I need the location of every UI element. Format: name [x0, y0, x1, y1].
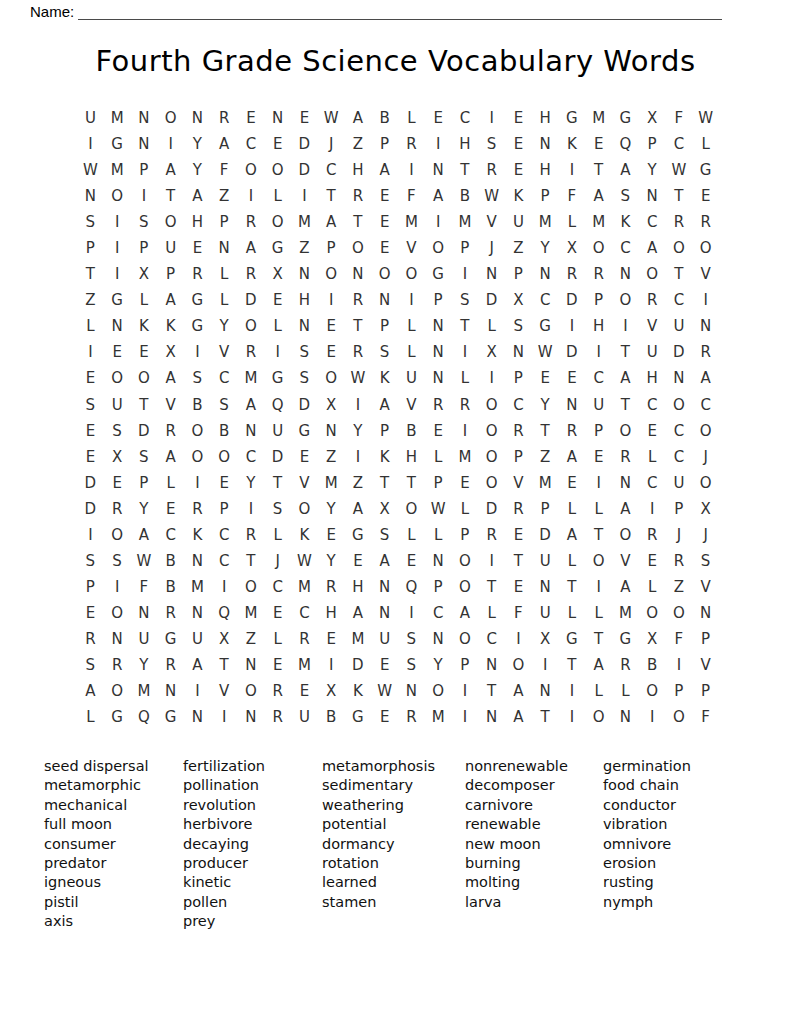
grid-cell[interactable]: S [77, 652, 104, 678]
grid-cell[interactable]: F [559, 183, 586, 209]
grid-cell[interactable]: G [532, 313, 559, 339]
grid-cell[interactable]: H [452, 131, 479, 157]
grid-cell[interactable]: B [184, 392, 211, 418]
grid-cell[interactable]: R [104, 496, 131, 522]
grid-cell[interactable]: I [104, 235, 131, 261]
grid-cell[interactable]: E [371, 704, 398, 730]
grid-cell[interactable]: Z [345, 470, 372, 496]
grid-cell[interactable]: U [639, 339, 666, 365]
grid-cell[interactable]: T [559, 574, 586, 600]
grid-cell[interactable]: Z [505, 235, 532, 261]
grid-cell[interactable]: O [398, 261, 425, 287]
grid-cell[interactable]: Y [345, 418, 372, 444]
grid-cell[interactable]: R [345, 339, 372, 365]
grid-cell[interactable]: S [452, 287, 479, 313]
grid-cell[interactable]: I [291, 183, 318, 209]
grid-cell[interactable]: S [371, 339, 398, 365]
grid-cell[interactable]: E [559, 365, 586, 391]
grid-cell[interactable]: I [478, 548, 505, 574]
grid-cell[interactable]: C [211, 548, 238, 574]
grid-cell[interactable]: Q [398, 574, 425, 600]
grid-cell[interactable]: L [211, 287, 238, 313]
grid-cell[interactable]: C [639, 470, 666, 496]
grid-cell[interactable]: A [612, 365, 639, 391]
grid-cell[interactable]: T [371, 470, 398, 496]
grid-cell[interactable]: L [639, 574, 666, 600]
grid-cell[interactable]: T [585, 522, 612, 548]
grid-cell[interactable]: E [371, 209, 398, 235]
grid-cell[interactable]: I [666, 652, 693, 678]
grid-cell[interactable]: L [452, 496, 479, 522]
grid-cell[interactable]: W [425, 496, 452, 522]
grid-cell[interactable]: G [184, 287, 211, 313]
grid-cell[interactable]: N [532, 678, 559, 704]
grid-cell[interactable]: S [77, 209, 104, 235]
grid-cell[interactable]: D [559, 287, 586, 313]
grid-cell[interactable]: C [505, 392, 532, 418]
grid-cell[interactable]: E [505, 157, 532, 183]
grid-cell[interactable]: E [532, 365, 559, 391]
grid-cell[interactable]: K [371, 444, 398, 470]
grid-cell[interactable]: S [131, 444, 158, 470]
grid-cell[interactable]: I [184, 470, 211, 496]
grid-cell[interactable]: M [238, 365, 265, 391]
grid-cell[interactable]: G [104, 287, 131, 313]
grid-cell[interactable]: H [184, 209, 211, 235]
grid-cell[interactable]: U [184, 626, 211, 652]
grid-cell[interactable]: V [612, 548, 639, 574]
grid-cell[interactable]: O [425, 678, 452, 704]
grid-cell[interactable]: Y [532, 392, 559, 418]
grid-cell[interactable]: F [666, 105, 693, 131]
grid-cell[interactable]: P [371, 131, 398, 157]
grid-cell[interactable]: T [452, 313, 479, 339]
grid-cell[interactable]: R [77, 626, 104, 652]
grid-cell[interactable]: Z [532, 444, 559, 470]
grid-cell[interactable]: E [639, 418, 666, 444]
grid-cell[interactable]: N [184, 548, 211, 574]
grid-cell[interactable]: O [478, 392, 505, 418]
grid-cell[interactable]: L [264, 626, 291, 652]
grid-cell[interactable]: M [532, 470, 559, 496]
grid-cell[interactable]: M [585, 209, 612, 235]
grid-cell[interactable]: Z [211, 183, 238, 209]
grid-cell[interactable]: I [612, 313, 639, 339]
grid-cell[interactable]: I [264, 339, 291, 365]
grid-cell[interactable]: V [692, 652, 719, 678]
grid-cell[interactable]: I [585, 339, 612, 365]
grid-cell[interactable]: Y [238, 470, 265, 496]
grid-cell[interactable]: I [131, 183, 158, 209]
grid-cell[interactable]: L [398, 339, 425, 365]
grid-cell[interactable]: F [131, 574, 158, 600]
grid-cell[interactable]: Q [211, 600, 238, 626]
grid-cell[interactable]: Y [639, 157, 666, 183]
grid-cell[interactable]: N [532, 261, 559, 287]
grid-cell[interactable]: R [612, 444, 639, 470]
grid-cell[interactable]: T [478, 574, 505, 600]
grid-cell[interactable]: F [692, 704, 719, 730]
grid-cell[interactable]: T [131, 392, 158, 418]
grid-cell[interactable]: L [264, 313, 291, 339]
grid-cell[interactable]: R [478, 522, 505, 548]
grid-cell[interactable]: W [345, 365, 372, 391]
grid-cell[interactable]: K [345, 678, 372, 704]
grid-cell[interactable]: S [371, 522, 398, 548]
grid-cell[interactable]: S [77, 548, 104, 574]
grid-cell[interactable]: N [238, 418, 265, 444]
grid-cell[interactable]: M [425, 704, 452, 730]
grid-cell[interactable]: S [692, 548, 719, 574]
grid-cell[interactable]: G [264, 235, 291, 261]
grid-cell[interactable]: N [184, 105, 211, 131]
grid-cell[interactable]: X [131, 261, 158, 287]
grid-cell[interactable]: O [318, 365, 345, 391]
grid-cell[interactable]: N [532, 574, 559, 600]
grid-cell[interactable]: G [559, 105, 586, 131]
grid-cell[interactable]: Y [184, 157, 211, 183]
grid-cell[interactable]: I [559, 157, 586, 183]
grid-cell[interactable]: G [345, 522, 372, 548]
grid-cell[interactable]: I [532, 652, 559, 678]
grid-cell[interactable]: T [238, 548, 265, 574]
grid-cell[interactable]: N [425, 339, 452, 365]
grid-cell[interactable]: K [157, 313, 184, 339]
grid-cell[interactable]: U [532, 548, 559, 574]
grid-cell[interactable]: I [585, 574, 612, 600]
grid-cell[interactable]: S [131, 209, 158, 235]
grid-cell[interactable]: C [425, 600, 452, 626]
grid-cell[interactable]: U [585, 392, 612, 418]
grid-cell[interactable]: O [639, 678, 666, 704]
grid-cell[interactable]: U [104, 392, 131, 418]
grid-cell[interactable]: O [184, 444, 211, 470]
grid-cell[interactable]: O [291, 496, 318, 522]
grid-cell[interactable]: E [77, 444, 104, 470]
grid-cell[interactable]: N [478, 261, 505, 287]
grid-cell[interactable]: O [157, 209, 184, 235]
grid-cell[interactable]: Y [131, 652, 158, 678]
grid-cell[interactable]: R [184, 496, 211, 522]
grid-cell[interactable]: U [77, 105, 104, 131]
grid-cell[interactable]: N [559, 392, 586, 418]
grid-cell[interactable]: T [452, 157, 479, 183]
grid-cell[interactable]: B [371, 105, 398, 131]
grid-cell[interactable]: I [478, 365, 505, 391]
grid-cell[interactable]: M [452, 209, 479, 235]
grid-cell[interactable]: S [505, 313, 532, 339]
grid-cell[interactable]: P [532, 183, 559, 209]
grid-cell[interactable]: E [318, 339, 345, 365]
grid-cell[interactable]: G [345, 704, 372, 730]
grid-cell[interactable]: A [345, 496, 372, 522]
grid-cell[interactable]: O [585, 548, 612, 574]
grid-cell[interactable]: R [666, 548, 693, 574]
grid-cell[interactable]: O [478, 418, 505, 444]
grid-cell[interactable]: N [211, 235, 238, 261]
grid-cell[interactable]: A [585, 183, 612, 209]
grid-cell[interactable]: R [585, 261, 612, 287]
grid-cell[interactable]: R [238, 209, 265, 235]
grid-cell[interactable]: X [478, 339, 505, 365]
grid-cell[interactable]: Q [264, 392, 291, 418]
grid-cell[interactable]: I [398, 287, 425, 313]
grid-cell[interactable]: E [398, 548, 425, 574]
grid-cell[interactable]: O [639, 600, 666, 626]
grid-cell[interactable]: L [211, 261, 238, 287]
grid-cell[interactable]: G [559, 626, 586, 652]
grid-cell[interactable]: R [612, 652, 639, 678]
grid-cell[interactable]: L [264, 183, 291, 209]
grid-cell[interactable]: E [291, 678, 318, 704]
grid-cell[interactable]: I [184, 339, 211, 365]
grid-cell[interactable]: Y [318, 548, 345, 574]
grid-cell[interactable]: X [371, 496, 398, 522]
grid-cell[interactable]: E [345, 548, 372, 574]
grid-cell[interactable]: L [478, 600, 505, 626]
grid-cell[interactable]: B [157, 548, 184, 574]
grid-cell[interactable]: E [505, 131, 532, 157]
grid-cell[interactable]: N [666, 365, 693, 391]
grid-cell[interactable]: D [77, 496, 104, 522]
grid-cell[interactable]: L [559, 548, 586, 574]
grid-cell[interactable]: E [318, 313, 345, 339]
grid-cell[interactable]: N [291, 261, 318, 287]
grid-cell[interactable]: E [425, 105, 452, 131]
grid-cell[interactable]: O [666, 392, 693, 418]
grid-cell[interactable]: O [238, 313, 265, 339]
grid-cell[interactable]: N [692, 313, 719, 339]
grid-cell[interactable]: J [478, 235, 505, 261]
grid-cell[interactable]: U [131, 626, 158, 652]
grid-cell[interactable]: O [612, 522, 639, 548]
grid-cell[interactable]: E [184, 235, 211, 261]
grid-cell[interactable]: M [345, 626, 372, 652]
grid-cell[interactable]: N [77, 183, 104, 209]
grid-cell[interactable]: I [425, 131, 452, 157]
grid-cell[interactable]: X [639, 626, 666, 652]
grid-cell[interactable]: E [264, 600, 291, 626]
grid-cell[interactable]: L [452, 365, 479, 391]
grid-cell[interactable]: U [505, 209, 532, 235]
grid-cell[interactable]: T [318, 183, 345, 209]
grid-cell[interactable]: P [452, 235, 479, 261]
grid-cell[interactable]: P [131, 470, 158, 496]
grid-cell[interactable]: D [559, 339, 586, 365]
grid-cell[interactable]: E [157, 496, 184, 522]
grid-cell[interactable]: P [452, 522, 479, 548]
grid-cell[interactable]: H [398, 444, 425, 470]
grid-cell[interactable]: V [505, 470, 532, 496]
grid-cell[interactable]: G [425, 261, 452, 287]
grid-cell[interactable]: R [291, 626, 318, 652]
grid-cell[interactable]: I [452, 704, 479, 730]
grid-cell[interactable]: O [478, 444, 505, 470]
grid-cell[interactable]: O [666, 235, 693, 261]
grid-cell[interactable]: C [211, 365, 238, 391]
grid-cell[interactable]: A [612, 496, 639, 522]
grid-cell[interactable]: S [184, 365, 211, 391]
grid-cell[interactable]: E [452, 470, 479, 496]
grid-cell[interactable]: E [77, 418, 104, 444]
grid-cell[interactable]: D [77, 470, 104, 496]
grid-cell[interactable]: S [291, 365, 318, 391]
grid-cell[interactable]: L [398, 105, 425, 131]
grid-cell[interactable]: I [345, 392, 372, 418]
grid-cell[interactable]: M [131, 678, 158, 704]
grid-cell[interactable]: X [639, 105, 666, 131]
grid-cell[interactable]: E [505, 105, 532, 131]
grid-cell[interactable]: W [291, 548, 318, 574]
grid-cell[interactable]: O [612, 287, 639, 313]
grid-cell[interactable]: O [692, 470, 719, 496]
grid-cell[interactable]: C [639, 209, 666, 235]
grid-cell[interactable]: V [692, 574, 719, 600]
grid-cell[interactable]: E [425, 418, 452, 444]
grid-cell[interactable]: I [77, 131, 104, 157]
grid-cell[interactable]: C [291, 600, 318, 626]
grid-cell[interactable]: R [157, 652, 184, 678]
grid-cell[interactable]: B [318, 704, 345, 730]
grid-cell[interactable]: I [238, 183, 265, 209]
grid-cell[interactable]: R [238, 339, 265, 365]
grid-cell[interactable]: R [264, 678, 291, 704]
grid-cell[interactable]: T [666, 261, 693, 287]
grid-cell[interactable]: I [692, 287, 719, 313]
grid-cell[interactable]: R [157, 600, 184, 626]
grid-cell[interactable]: V [398, 235, 425, 261]
grid-cell[interactable]: L [398, 313, 425, 339]
grid-cell[interactable]: V [398, 392, 425, 418]
grid-cell[interactable]: O [505, 652, 532, 678]
grid-cell[interactable]: L [585, 678, 612, 704]
grid-cell[interactable]: C [666, 418, 693, 444]
grid-cell[interactable]: H [291, 287, 318, 313]
grid-cell[interactable]: S [478, 131, 505, 157]
grid-cell[interactable]: P [425, 574, 452, 600]
grid-cell[interactable]: A [184, 183, 211, 209]
grid-cell[interactable]: N [478, 704, 505, 730]
grid-cell[interactable]: A [452, 600, 479, 626]
grid-cell[interactable]: I [585, 470, 612, 496]
grid-cell[interactable]: E [505, 574, 532, 600]
grid-cell[interactable]: P [425, 287, 452, 313]
grid-cell[interactable]: A [131, 522, 158, 548]
grid-cell[interactable]: L [559, 209, 586, 235]
grid-cell[interactable]: E [371, 235, 398, 261]
grid-cell[interactable]: E [77, 365, 104, 391]
grid-cell[interactable]: I [398, 157, 425, 183]
grid-cell[interactable]: O [104, 183, 131, 209]
grid-cell[interactable]: A [211, 131, 238, 157]
grid-cell[interactable]: N [425, 626, 452, 652]
grid-cell[interactable]: O [184, 418, 211, 444]
grid-cell[interactable]: Z [318, 444, 345, 470]
grid-cell[interactable]: X [104, 444, 131, 470]
grid-cell[interactable]: N [318, 418, 345, 444]
grid-cell[interactable]: T [532, 704, 559, 730]
grid-cell[interactable]: I [318, 287, 345, 313]
grid-cell[interactable]: R [184, 261, 211, 287]
grid-cell[interactable]: X [505, 287, 532, 313]
grid-cell[interactable]: R [692, 339, 719, 365]
grid-cell[interactable]: W [318, 105, 345, 131]
grid-cell[interactable]: P [532, 496, 559, 522]
grid-cell[interactable]: A [318, 209, 345, 235]
grid-cell[interactable]: M [291, 209, 318, 235]
grid-cell[interactable]: U [157, 235, 184, 261]
grid-cell[interactable]: I [639, 704, 666, 730]
grid-cell[interactable]: G [184, 313, 211, 339]
grid-cell[interactable]: N [264, 105, 291, 131]
grid-cell[interactable]: Y [425, 652, 452, 678]
grid-cell[interactable]: O [211, 444, 238, 470]
grid-cell[interactable]: Y [532, 235, 559, 261]
grid-cell[interactable]: H [318, 600, 345, 626]
grid-cell[interactable]: P [131, 157, 158, 183]
grid-cell[interactable]: O [318, 261, 345, 287]
grid-cell[interactable]: K [612, 209, 639, 235]
grid-cell[interactable]: S [398, 626, 425, 652]
grid-cell[interactable]: E [318, 626, 345, 652]
grid-cell[interactable]: O [452, 574, 479, 600]
grid-cell[interactable]: X [318, 678, 345, 704]
grid-cell[interactable]: U [666, 470, 693, 496]
grid-cell[interactable]: Z [291, 235, 318, 261]
grid-cell[interactable]: A [505, 678, 532, 704]
grid-cell[interactable]: R [345, 183, 372, 209]
grid-cell[interactable]: U [398, 365, 425, 391]
grid-cell[interactable]: O [371, 261, 398, 287]
grid-cell[interactable]: I [398, 600, 425, 626]
grid-cell[interactable]: M [104, 105, 131, 131]
grid-cell[interactable]: B [398, 418, 425, 444]
grid-cell[interactable]: C [238, 131, 265, 157]
grid-cell[interactable]: N [532, 131, 559, 157]
grid-cell[interactable]: L [559, 600, 586, 626]
grid-cell[interactable]: E [238, 105, 265, 131]
grid-cell[interactable]: R [238, 522, 265, 548]
grid-cell[interactable]: N [371, 600, 398, 626]
grid-cell[interactable]: L [692, 131, 719, 157]
grid-cell[interactable]: L [398, 522, 425, 548]
grid-cell[interactable]: C [157, 522, 184, 548]
grid-cell[interactable]: E [585, 444, 612, 470]
grid-cell[interactable]: I [77, 339, 104, 365]
grid-cell[interactable]: O [104, 678, 131, 704]
grid-cell[interactable]: O [452, 626, 479, 652]
grid-cell[interactable]: P [692, 678, 719, 704]
grid-cell[interactable]: D [131, 418, 158, 444]
grid-cell[interactable]: P [505, 261, 532, 287]
grid-cell[interactable]: R [238, 261, 265, 287]
grid-cell[interactable]: V [211, 678, 238, 704]
grid-cell[interactable]: H [585, 313, 612, 339]
grid-cell[interactable]: Q [131, 704, 158, 730]
grid-cell[interactable]: R [666, 209, 693, 235]
grid-cell[interactable]: L [131, 287, 158, 313]
grid-cell[interactable]: I [452, 418, 479, 444]
grid-cell[interactable]: O [585, 235, 612, 261]
grid-cell[interactable]: T [612, 339, 639, 365]
grid-cell[interactable]: W [692, 105, 719, 131]
grid-cell[interactable]: N [692, 600, 719, 626]
grid-cell[interactable]: A [77, 678, 104, 704]
grid-cell[interactable]: W [131, 548, 158, 574]
grid-cell[interactable]: I [559, 313, 586, 339]
grid-cell[interactable]: L [478, 313, 505, 339]
grid-cell[interactable]: G [612, 105, 639, 131]
